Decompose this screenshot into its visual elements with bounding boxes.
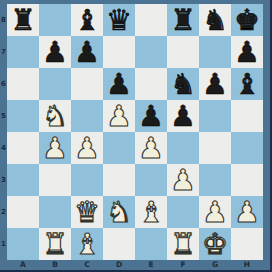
file-label-c: C: [71, 260, 103, 270]
piece-black-knight[interactable]: ♞: [202, 4, 228, 36]
square-h2[interactable]: ♟: [231, 196, 263, 228]
square-d2[interactable]: ♞: [103, 196, 135, 228]
piece-black-bishop[interactable]: ♝: [234, 68, 260, 100]
square-h1[interactable]: [231, 228, 263, 260]
square-e5[interactable]: ♟: [135, 100, 167, 132]
file-label-d: D: [103, 260, 135, 270]
square-f7[interactable]: [167, 36, 199, 68]
piece-white-pawn[interactable]: ♟: [138, 132, 164, 164]
square-e4[interactable]: ♟: [135, 132, 167, 164]
square-b7[interactable]: ♟: [39, 36, 71, 68]
file-label-e: E: [135, 260, 167, 270]
piece-black-pawn[interactable]: ♟: [234, 36, 260, 68]
square-a4[interactable]: [7, 132, 39, 164]
square-f3[interactable]: ♟: [167, 164, 199, 196]
piece-black-pawn[interactable]: ♟: [74, 36, 100, 68]
square-g2[interactable]: ♟: [199, 196, 231, 228]
piece-white-rook[interactable]: ♜: [42, 228, 68, 260]
square-a1[interactable]: [7, 228, 39, 260]
square-c7[interactable]: ♟: [71, 36, 103, 68]
square-h7[interactable]: ♟: [231, 36, 263, 68]
square-a5[interactable]: [7, 100, 39, 132]
square-f8[interactable]: ♜: [167, 4, 199, 36]
square-f4[interactable]: [167, 132, 199, 164]
square-e1[interactable]: [135, 228, 167, 260]
square-b2[interactable]: [39, 196, 71, 228]
rank-label-4: 4: [0, 132, 7, 164]
square-c3[interactable]: [71, 164, 103, 196]
square-d5[interactable]: ♟: [103, 100, 135, 132]
piece-white-pawn[interactable]: ♟: [202, 196, 228, 228]
piece-white-bishop[interactable]: ♝: [74, 228, 100, 260]
square-h5[interactable]: [231, 100, 263, 132]
square-d4[interactable]: [103, 132, 135, 164]
piece-white-pawn[interactable]: ♟: [234, 196, 260, 228]
square-f5[interactable]: ♟: [167, 100, 199, 132]
piece-black-pawn[interactable]: ♟: [138, 100, 164, 132]
square-h8[interactable]: ♚: [231, 4, 263, 36]
piece-white-bishop[interactable]: ♝: [138, 196, 164, 228]
square-f2[interactable]: [167, 196, 199, 228]
rank-label-2: 2: [0, 196, 7, 228]
piece-white-pawn[interactable]: ♟: [42, 132, 68, 164]
piece-white-pawn[interactable]: ♟: [106, 100, 132, 132]
square-f6[interactable]: ♞: [167, 68, 199, 100]
file-labels: ABCDEFGH: [7, 260, 263, 270]
square-e2[interactable]: ♝: [135, 196, 167, 228]
square-g5[interactable]: [199, 100, 231, 132]
piece-white-pawn[interactable]: ♟: [74, 132, 100, 164]
rank-label-6: 6: [0, 68, 7, 100]
square-e6[interactable]: [135, 68, 167, 100]
rank-label-1: 1: [0, 228, 7, 260]
piece-white-rook[interactable]: ♜: [170, 228, 196, 260]
square-g7[interactable]: [199, 36, 231, 68]
square-c4[interactable]: ♟: [71, 132, 103, 164]
square-e8[interactable]: [135, 4, 167, 36]
square-e3[interactable]: [135, 164, 167, 196]
square-b4[interactable]: ♟: [39, 132, 71, 164]
square-a6[interactable]: [7, 68, 39, 100]
piece-white-queen[interactable]: ♛: [74, 196, 100, 228]
piece-black-pawn[interactable]: ♟: [42, 36, 68, 68]
square-c2[interactable]: ♛: [71, 196, 103, 228]
rank-label-8: 8: [0, 4, 7, 36]
square-f1[interactable]: ♜: [167, 228, 199, 260]
square-d1[interactable]: [103, 228, 135, 260]
square-d6[interactable]: ♟: [103, 68, 135, 100]
square-d8[interactable]: ♛: [103, 4, 135, 36]
piece-black-rook[interactable]: ♜: [10, 4, 36, 36]
square-a2[interactable]: [7, 196, 39, 228]
square-c1[interactable]: ♝: [71, 228, 103, 260]
square-c8[interactable]: ♝: [71, 4, 103, 36]
rank-label-7: 7: [0, 36, 7, 68]
piece-black-queen[interactable]: ♛: [106, 4, 132, 36]
piece-black-bishop[interactable]: ♝: [74, 4, 100, 36]
file-label-h: H: [231, 260, 263, 270]
square-a3[interactable]: [7, 164, 39, 196]
file-label-b: B: [39, 260, 71, 270]
square-b1[interactable]: ♜: [39, 228, 71, 260]
piece-white-knight[interactable]: ♞: [42, 100, 68, 132]
piece-black-pawn[interactable]: ♟: [170, 100, 196, 132]
square-g3[interactable]: [199, 164, 231, 196]
square-d3[interactable]: [103, 164, 135, 196]
piece-black-knight[interactable]: ♞: [170, 68, 196, 100]
square-g6[interactable]: ♟: [199, 68, 231, 100]
square-c5[interactable]: [71, 100, 103, 132]
rank-labels: 87654321: [0, 4, 7, 260]
file-label-f: F: [167, 260, 199, 270]
piece-black-pawn[interactable]: ♟: [106, 68, 132, 100]
piece-white-knight[interactable]: ♞: [106, 196, 132, 228]
square-b5[interactable]: ♞: [39, 100, 71, 132]
square-a8[interactable]: ♜: [7, 4, 39, 36]
square-e7[interactable]: [135, 36, 167, 68]
piece-black-rook[interactable]: ♜: [170, 4, 196, 36]
square-b8[interactable]: [39, 4, 71, 36]
square-b3[interactable]: [39, 164, 71, 196]
square-h4[interactable]: [231, 132, 263, 164]
board-edge-right: [270, 0, 272, 272]
square-h6[interactable]: ♝: [231, 68, 263, 100]
chess-board: ♜♝♛♜♞♚♟♟♟♟♞♟♝♞♟♟♟♟♟♟♟♛♞♝♟♟♜♝♜♚: [7, 4, 263, 260]
piece-black-pawn[interactable]: ♟: [202, 68, 228, 100]
chess-board-frame: 87654321 ♜♝♛♜♞♚♟♟♟♟♞♟♝♞♟♟♟♟♟♟♟♛♞♝♟♟♜♝♜♚ …: [0, 0, 272, 272]
rank-label-3: 3: [0, 164, 7, 196]
square-h3[interactable]: [231, 164, 263, 196]
square-g4[interactable]: [199, 132, 231, 164]
rank-label-5: 5: [0, 100, 7, 132]
square-c6[interactable]: [71, 68, 103, 100]
square-d7[interactable]: [103, 36, 135, 68]
piece-white-pawn[interactable]: ♟: [170, 164, 196, 196]
file-label-a: A: [7, 260, 39, 270]
piece-black-king[interactable]: ♚: [234, 4, 260, 36]
piece-white-king[interactable]: ♚: [202, 228, 228, 260]
file-label-g: G: [199, 260, 231, 270]
square-g8[interactable]: ♞: [199, 4, 231, 36]
square-b6[interactable]: [39, 68, 71, 100]
square-g1[interactable]: ♚: [199, 228, 231, 260]
square-a7[interactable]: [7, 36, 39, 68]
